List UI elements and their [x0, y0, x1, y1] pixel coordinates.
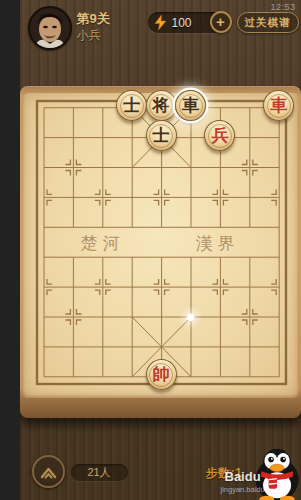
avatar[interactable]	[28, 6, 72, 50]
chevron-up-icon	[40, 465, 57, 479]
lightning-icon	[154, 15, 167, 30]
last-move-from-marker	[186, 313, 195, 322]
river-label-left: 楚河	[58, 232, 148, 255]
piece-black-将[interactable]: 将	[146, 90, 177, 121]
piece-character: 士	[153, 127, 170, 144]
players-count[interactable]: 21人	[71, 464, 128, 481]
app-screen: 12:53 第9关 小兵 100 + 过关棋谱 楚河 漢界 士将車車士兵帥	[20, 0, 301, 500]
rank-label: 小兵	[77, 27, 101, 44]
piece-character: 将	[153, 97, 170, 114]
piece-character: 帥	[153, 366, 170, 383]
piece-character: 士	[123, 97, 140, 114]
status-clock: 12:53	[270, 2, 295, 12]
piece-red-帥[interactable]: 帥	[146, 359, 177, 390]
piece-black-車[interactable]: 車	[175, 90, 206, 121]
river-label-right: 漢界	[173, 232, 263, 255]
xiangqi-board[interactable]: 楚河 漢界 士将車車士兵帥	[20, 86, 301, 418]
piece-character: 車	[270, 97, 287, 114]
add-energy-button[interactable]: +	[210, 11, 232, 33]
watermark-site: jingyan.baidu.com	[221, 485, 281, 494]
collapse-button[interactable]	[32, 455, 65, 488]
level-label: 第9关	[77, 10, 110, 28]
energy-value: 100	[172, 16, 192, 30]
record-button[interactable]: 过关棋谱	[237, 12, 299, 33]
piece-black-士[interactable]: 士	[146, 120, 177, 151]
avatar-image	[30, 8, 70, 48]
watermark-brand: Baidu	[225, 469, 261, 484]
piece-character: 兵	[211, 127, 228, 144]
piece-character: 車	[182, 97, 199, 114]
